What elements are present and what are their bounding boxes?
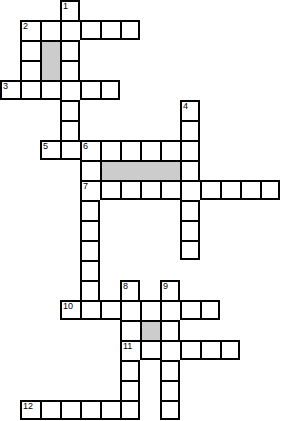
answer-cell[interactable]: 5 <box>40 140 60 160</box>
answer-cell[interactable] <box>160 340 180 360</box>
answer-cell[interactable] <box>160 380 180 400</box>
filler-cell <box>120 160 140 180</box>
answer-cell[interactable] <box>60 100 80 120</box>
answer-cell[interactable] <box>60 140 80 160</box>
answer-cell[interactable] <box>100 20 120 40</box>
answer-cell[interactable] <box>180 120 200 140</box>
answer-cell[interactable] <box>80 300 100 320</box>
answer-cell[interactable]: 6 <box>80 140 100 160</box>
clue-number: 6 <box>83 142 88 151</box>
answer-cell[interactable] <box>60 20 80 40</box>
answer-cell[interactable] <box>180 300 200 320</box>
answer-cell[interactable]: 7 <box>80 180 100 200</box>
answer-cell[interactable] <box>20 40 40 60</box>
filler-cell <box>140 160 160 180</box>
clue-number: 3 <box>3 82 8 91</box>
answer-cell[interactable] <box>120 400 140 420</box>
answer-cell[interactable] <box>180 140 200 160</box>
answer-cell[interactable]: 12 <box>20 400 40 420</box>
clue-number: 2 <box>23 22 28 31</box>
answer-cell[interactable] <box>80 240 100 260</box>
answer-cell[interactable]: 3 <box>0 80 20 100</box>
answer-cell[interactable] <box>120 300 140 320</box>
answer-cell[interactable] <box>180 220 200 240</box>
answer-cell[interactable] <box>120 360 140 380</box>
answer-cell[interactable] <box>180 340 200 360</box>
clue-number: 12 <box>23 402 33 411</box>
answer-cell[interactable] <box>80 20 100 40</box>
answer-cell[interactable] <box>80 280 100 300</box>
answer-cell[interactable] <box>40 20 60 40</box>
filler-cell <box>160 160 180 180</box>
answer-cell[interactable] <box>100 300 120 320</box>
clue-number: 8 <box>123 282 128 291</box>
answer-cell[interactable] <box>60 40 80 60</box>
answer-cell[interactable] <box>160 180 180 200</box>
answer-cell[interactable] <box>80 220 100 240</box>
filler-cell <box>40 40 60 60</box>
clue-number: 4 <box>183 102 188 111</box>
answer-cell[interactable] <box>160 360 180 380</box>
clue-number: 7 <box>83 182 88 191</box>
answer-cell[interactable] <box>200 180 220 200</box>
answer-cell[interactable]: 9 <box>160 280 180 300</box>
answer-cell[interactable] <box>240 180 260 200</box>
filler-cell <box>40 60 60 80</box>
crossword-board: 123456789101112 <box>0 0 280 420</box>
answer-cell[interactable] <box>100 400 120 420</box>
answer-cell[interactable] <box>140 140 160 160</box>
answer-cell[interactable] <box>80 160 100 180</box>
filler-cell <box>100 160 120 180</box>
answer-cell[interactable] <box>20 80 40 100</box>
answer-cell[interactable] <box>60 400 80 420</box>
answer-cell[interactable] <box>180 180 200 200</box>
filler-cell <box>140 320 160 340</box>
answer-cell[interactable]: 11 <box>120 340 140 360</box>
answer-cell[interactable] <box>140 300 160 320</box>
answer-cell[interactable] <box>180 160 200 180</box>
answer-cell[interactable] <box>160 400 180 420</box>
clue-number: 9 <box>163 282 168 291</box>
answer-cell[interactable] <box>80 80 100 100</box>
answer-cell[interactable] <box>100 80 120 100</box>
answer-cell[interactable] <box>40 80 60 100</box>
answer-cell[interactable] <box>260 180 280 200</box>
answer-cell[interactable] <box>20 60 40 80</box>
answer-cell[interactable]: 8 <box>120 280 140 300</box>
answer-cell[interactable] <box>60 60 80 80</box>
answer-cell[interactable] <box>160 140 180 160</box>
answer-cell[interactable] <box>160 300 180 320</box>
answer-cell[interactable] <box>200 340 220 360</box>
answer-cell[interactable] <box>120 320 140 340</box>
clue-number: 10 <box>63 302 73 311</box>
answer-cell[interactable]: 1 <box>60 0 80 20</box>
answer-cell[interactable] <box>220 340 240 360</box>
answer-cell[interactable]: 10 <box>60 300 80 320</box>
answer-cell[interactable] <box>80 200 100 220</box>
answer-cell[interactable] <box>80 260 100 280</box>
answer-cell[interactable] <box>120 20 140 40</box>
answer-cell[interactable] <box>60 80 80 100</box>
answer-cell[interactable] <box>60 120 80 140</box>
answer-cell[interactable] <box>220 180 240 200</box>
answer-cell[interactable] <box>120 380 140 400</box>
answer-cell[interactable] <box>120 140 140 160</box>
answer-cell[interactable] <box>200 300 220 320</box>
answer-cell[interactable] <box>120 180 140 200</box>
clue-number: 5 <box>43 142 48 151</box>
answer-cell[interactable]: 2 <box>20 20 40 40</box>
answer-cell[interactable] <box>100 180 120 200</box>
answer-cell[interactable] <box>140 340 160 360</box>
answer-cell[interactable]: 4 <box>180 100 200 120</box>
answer-cell[interactable] <box>160 320 180 340</box>
answer-cell[interactable] <box>80 400 100 420</box>
answer-cell[interactable] <box>140 180 160 200</box>
answer-cell[interactable] <box>180 200 200 220</box>
clue-number: 1 <box>63 2 68 11</box>
answer-cell[interactable] <box>100 140 120 160</box>
clue-number: 11 <box>123 342 132 351</box>
answer-cell[interactable] <box>180 240 200 260</box>
answer-cell[interactable] <box>40 400 60 420</box>
